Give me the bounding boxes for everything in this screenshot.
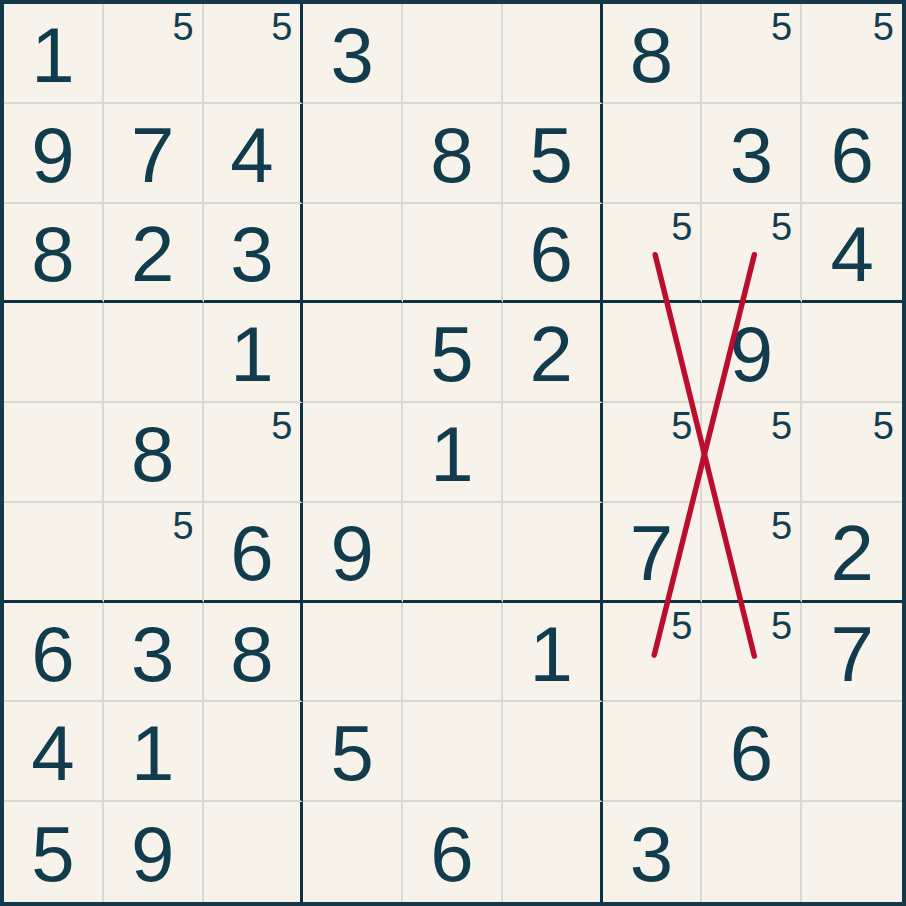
cell-value: 3 xyxy=(331,16,374,94)
cell-r6c4[interactable]: 9 xyxy=(303,503,403,603)
pencil-mark: 5 xyxy=(771,407,792,445)
cell-r8c1[interactable]: 4 xyxy=(4,702,104,802)
pencil-mark: 5 xyxy=(671,208,692,246)
cell-r2c4[interactable] xyxy=(303,104,403,204)
cell-r7c8[interactable]: 5 xyxy=(702,603,802,703)
cell-r7c3[interactable]: 8 xyxy=(204,603,304,703)
sudoku-grid: 1553855974853682365541529851555569752638… xyxy=(4,4,902,902)
cell-r5c2[interactable]: 8 xyxy=(104,403,204,503)
cell-r3c8[interactable]: 5 xyxy=(702,204,802,304)
cell-r3c5[interactable] xyxy=(403,204,503,304)
cell-r6c2[interactable]: 5 xyxy=(104,503,204,603)
cell-value: 9 xyxy=(131,815,174,893)
cell-r1c7[interactable]: 8 xyxy=(603,4,703,104)
cell-r6c3[interactable]: 6 xyxy=(204,503,304,603)
cell-value: 4 xyxy=(31,714,74,792)
pencil-mark: 5 xyxy=(873,8,894,46)
pencil-mark: 5 xyxy=(771,507,792,545)
cell-value: 1 xyxy=(230,315,273,393)
cell-value: 3 xyxy=(630,815,673,893)
cell-r2c9[interactable]: 6 xyxy=(802,104,902,204)
cell-r2c3[interactable]: 4 xyxy=(204,104,304,204)
cell-r6c7[interactable]: 7 xyxy=(603,503,703,603)
cell-r5c6[interactable] xyxy=(503,403,603,503)
sudoku-board: 1553855974853682365541529851555569752638… xyxy=(0,0,906,906)
cell-r6c9[interactable]: 2 xyxy=(802,503,902,603)
pencil-mark: 5 xyxy=(771,607,792,645)
cell-r7c7[interactable]: 5 xyxy=(603,603,703,703)
cell-r3c3[interactable]: 3 xyxy=(204,204,304,304)
cell-value: 5 xyxy=(430,315,473,393)
cell-r4c9[interactable] xyxy=(802,303,902,403)
cell-value: 9 xyxy=(31,116,74,194)
cell-value: 6 xyxy=(430,815,473,893)
cell-value: 5 xyxy=(331,714,374,792)
cell-r7c4[interactable] xyxy=(303,603,403,703)
cell-value: 1 xyxy=(430,415,473,493)
pencil-mark: 5 xyxy=(771,8,792,46)
cell-value: 6 xyxy=(530,215,573,293)
cell-r6c6[interactable] xyxy=(503,503,603,603)
cell-r2c6[interactable]: 5 xyxy=(503,104,603,204)
cell-value: 7 xyxy=(830,615,873,693)
cell-r4c1[interactable] xyxy=(4,303,104,403)
cell-r1c8[interactable]: 5 xyxy=(702,4,802,104)
cell-value: 4 xyxy=(830,215,873,293)
cell-r8c6[interactable] xyxy=(503,702,603,802)
cell-value: 3 xyxy=(730,116,773,194)
cell-r3c1[interactable]: 8 xyxy=(4,204,104,304)
cell-r9c8[interactable] xyxy=(702,802,802,902)
cell-r4c2[interactable] xyxy=(104,303,204,403)
cell-r9c5[interactable]: 6 xyxy=(403,802,503,902)
cell-value: 1 xyxy=(31,16,74,94)
cell-r7c1[interactable]: 6 xyxy=(4,603,104,703)
cell-value: 8 xyxy=(430,116,473,194)
cell-r6c1[interactable] xyxy=(4,503,104,603)
cell-r8c4[interactable]: 5 xyxy=(303,702,403,802)
pencil-mark: 5 xyxy=(771,208,792,246)
cell-r1c2[interactable]: 5 xyxy=(104,4,204,104)
cell-r9c4[interactable] xyxy=(303,802,403,902)
cell-r9c9[interactable] xyxy=(802,802,902,902)
cell-r6c5[interactable] xyxy=(403,503,503,603)
cell-r8c2[interactable]: 1 xyxy=(104,702,204,802)
cell-r2c1[interactable]: 9 xyxy=(4,104,104,204)
pencil-mark: 5 xyxy=(271,8,292,46)
cell-r6c8[interactable]: 5 xyxy=(702,503,802,603)
cell-r7c6[interactable]: 1 xyxy=(503,603,603,703)
cell-r9c6[interactable] xyxy=(503,802,603,902)
cell-r4c6[interactable]: 2 xyxy=(503,303,603,403)
cell-value: 7 xyxy=(131,116,174,194)
cell-r3c7[interactable]: 5 xyxy=(603,204,703,304)
cell-value: 4 xyxy=(230,116,273,194)
cell-value: 9 xyxy=(331,514,374,592)
cell-value: 2 xyxy=(131,215,174,293)
cell-value: 1 xyxy=(530,615,573,693)
cell-value: 6 xyxy=(230,514,273,592)
cell-value: 3 xyxy=(230,215,273,293)
pencil-mark: 5 xyxy=(172,8,193,46)
cell-r3c6[interactable]: 6 xyxy=(503,204,603,304)
cell-r2c2[interactable]: 7 xyxy=(104,104,204,204)
cell-r9c1[interactable]: 5 xyxy=(4,802,104,902)
cell-value: 6 xyxy=(730,714,773,792)
cell-r5c7[interactable]: 5 xyxy=(603,403,703,503)
cell-r3c4[interactable] xyxy=(303,204,403,304)
cell-value: 8 xyxy=(230,615,273,693)
cell-value: 5 xyxy=(530,116,573,194)
cell-r8c5[interactable] xyxy=(403,702,503,802)
cell-r9c3[interactable] xyxy=(204,802,304,902)
cell-r4c3[interactable]: 1 xyxy=(204,303,304,403)
cell-r5c5[interactable]: 1 xyxy=(403,403,503,503)
cell-value: 8 xyxy=(31,215,74,293)
cell-r7c5[interactable] xyxy=(403,603,503,703)
cell-value: 6 xyxy=(31,615,74,693)
cell-value: 7 xyxy=(630,514,673,592)
cell-r4c7[interactable] xyxy=(603,303,703,403)
pencil-mark: 5 xyxy=(671,607,692,645)
cell-value: 9 xyxy=(730,315,773,393)
cell-r1c1[interactable]: 1 xyxy=(4,4,104,104)
cell-value: 2 xyxy=(830,514,873,592)
cell-r5c9[interactable]: 5 xyxy=(802,403,902,503)
cell-r4c4[interactable] xyxy=(303,303,403,403)
cell-r2c8[interactable]: 3 xyxy=(702,104,802,204)
cell-value: 8 xyxy=(630,16,673,94)
cell-r1c3[interactable]: 5 xyxy=(204,4,304,104)
cell-value: 3 xyxy=(131,615,174,693)
cell-r1c4[interactable]: 3 xyxy=(303,4,403,104)
cell-value: 1 xyxy=(131,714,174,792)
cell-r5c1[interactable] xyxy=(4,403,104,503)
cell-r9c7[interactable]: 3 xyxy=(603,802,703,902)
pencil-mark: 5 xyxy=(671,407,692,445)
cell-r9c2[interactable]: 9 xyxy=(104,802,204,902)
cell-r1c9[interactable]: 5 xyxy=(802,4,902,104)
cell-r7c2[interactable]: 3 xyxy=(104,603,204,703)
pencil-mark: 5 xyxy=(271,407,292,445)
cell-value: 5 xyxy=(31,815,74,893)
cell-r4c8[interactable]: 9 xyxy=(702,303,802,403)
cell-r4c5[interactable]: 5 xyxy=(403,303,503,403)
cell-r2c7[interactable] xyxy=(603,104,703,204)
cell-r1c5[interactable] xyxy=(403,4,503,104)
cell-value: 6 xyxy=(830,116,873,194)
cell-r3c9[interactable]: 4 xyxy=(802,204,902,304)
cell-r2c5[interactable]: 8 xyxy=(403,104,503,204)
cell-r7c9[interactable]: 7 xyxy=(802,603,902,703)
cell-r3c2[interactable]: 2 xyxy=(104,204,204,304)
pencil-mark: 5 xyxy=(873,407,894,445)
cell-r8c8[interactable]: 6 xyxy=(702,702,802,802)
cell-r8c3[interactable] xyxy=(204,702,304,802)
pencil-mark: 5 xyxy=(172,507,193,545)
cell-value: 2 xyxy=(530,315,573,393)
cell-r8c9[interactable] xyxy=(802,702,902,802)
cell-r1c6[interactable] xyxy=(503,4,603,104)
cell-r5c4[interactable] xyxy=(303,403,403,503)
cell-r5c3[interactable]: 5 xyxy=(204,403,304,503)
cell-r5c8[interactable]: 5 xyxy=(702,403,802,503)
cell-r8c7[interactable] xyxy=(603,702,703,802)
cell-value: 8 xyxy=(131,415,174,493)
